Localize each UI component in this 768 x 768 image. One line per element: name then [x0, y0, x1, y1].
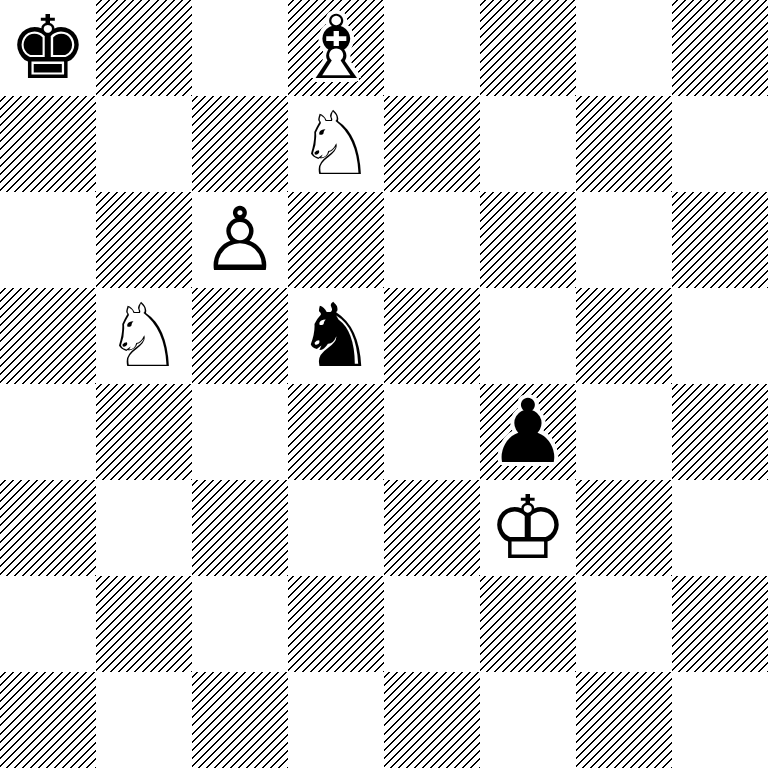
square-h7[interactable] — [672, 96, 768, 192]
square-f2[interactable] — [480, 576, 576, 672]
square-d2[interactable] — [288, 576, 384, 672]
square-f4[interactable]: ♟♟ — [480, 384, 576, 480]
square-e6[interactable] — [384, 192, 480, 288]
white-knight[interactable]: ♞♘ — [96, 288, 192, 384]
square-c5[interactable] — [192, 288, 288, 384]
square-b3[interactable] — [96, 480, 192, 576]
square-e2[interactable] — [384, 576, 480, 672]
black-king[interactable]: ♚♚ — [0, 0, 96, 96]
square-f3[interactable]: ♚♔ — [480, 480, 576, 576]
square-c3[interactable] — [192, 480, 288, 576]
black-king-glyph: ♚ — [9, 4, 88, 92]
square-g7[interactable] — [576, 96, 672, 192]
white-king-glyph: ♔ — [489, 484, 568, 572]
square-h2[interactable] — [672, 576, 768, 672]
square-d4[interactable] — [288, 384, 384, 480]
square-e4[interactable] — [384, 384, 480, 480]
square-a8[interactable]: ♚♚ — [0, 0, 96, 96]
square-f8[interactable] — [480, 0, 576, 96]
square-h6[interactable] — [672, 192, 768, 288]
square-c1[interactable] — [192, 672, 288, 768]
white-knight-glyph: ♘ — [297, 100, 376, 188]
square-f1[interactable] — [480, 672, 576, 768]
white-pawn-glyph: ♙ — [201, 196, 280, 284]
black-knight[interactable]: ♞♞ — [288, 288, 384, 384]
square-a3[interactable] — [0, 480, 96, 576]
square-e3[interactable] — [384, 480, 480, 576]
square-a6[interactable] — [0, 192, 96, 288]
square-a7[interactable] — [0, 96, 96, 192]
square-c7[interactable] — [192, 96, 288, 192]
square-f6[interactable] — [480, 192, 576, 288]
square-b1[interactable] — [96, 672, 192, 768]
square-c2[interactable] — [192, 576, 288, 672]
black-pawn-glyph: ♟ — [489, 388, 568, 476]
square-d5[interactable]: ♞♞ — [288, 288, 384, 384]
square-d3[interactable] — [288, 480, 384, 576]
black-knight-glyph: ♞ — [297, 292, 376, 380]
square-d1[interactable] — [288, 672, 384, 768]
square-a1[interactable] — [0, 672, 96, 768]
white-king[interactable]: ♚♔ — [480, 480, 576, 576]
square-e7[interactable] — [384, 96, 480, 192]
square-h5[interactable] — [672, 288, 768, 384]
square-a5[interactable] — [0, 288, 96, 384]
square-c6[interactable]: ♟♙ — [192, 192, 288, 288]
chess-board: ♚♚♝♗♞♘♟♙♞♘♞♞♟♟♚♔ — [0, 0, 768, 768]
square-b7[interactable] — [96, 96, 192, 192]
square-b6[interactable] — [96, 192, 192, 288]
square-h4[interactable] — [672, 384, 768, 480]
square-g6[interactable] — [576, 192, 672, 288]
square-g1[interactable] — [576, 672, 672, 768]
square-b8[interactable] — [96, 0, 192, 96]
square-h8[interactable] — [672, 0, 768, 96]
square-g3[interactable] — [576, 480, 672, 576]
square-e8[interactable] — [384, 0, 480, 96]
square-h1[interactable] — [672, 672, 768, 768]
white-bishop[interactable]: ♝♗ — [288, 0, 384, 96]
white-pawn[interactable]: ♟♙ — [192, 192, 288, 288]
square-e1[interactable] — [384, 672, 480, 768]
square-g5[interactable] — [576, 288, 672, 384]
square-e5[interactable] — [384, 288, 480, 384]
square-d7[interactable]: ♞♘ — [288, 96, 384, 192]
square-f5[interactable] — [480, 288, 576, 384]
square-b2[interactable] — [96, 576, 192, 672]
square-g2[interactable] — [576, 576, 672, 672]
white-knight[interactable]: ♞♘ — [288, 96, 384, 192]
square-c8[interactable] — [192, 0, 288, 96]
square-d8[interactable]: ♝♗ — [288, 0, 384, 96]
black-pawn[interactable]: ♟♟ — [480, 384, 576, 480]
white-knight-glyph: ♘ — [105, 292, 184, 380]
square-h3[interactable] — [672, 480, 768, 576]
square-g8[interactable] — [576, 0, 672, 96]
square-a2[interactable] — [0, 576, 96, 672]
square-b5[interactable]: ♞♘ — [96, 288, 192, 384]
square-c4[interactable] — [192, 384, 288, 480]
square-d6[interactable] — [288, 192, 384, 288]
square-g4[interactable] — [576, 384, 672, 480]
square-a4[interactable] — [0, 384, 96, 480]
white-bishop-glyph: ♗ — [297, 4, 376, 92]
square-f7[interactable] — [480, 96, 576, 192]
square-b4[interactable] — [96, 384, 192, 480]
